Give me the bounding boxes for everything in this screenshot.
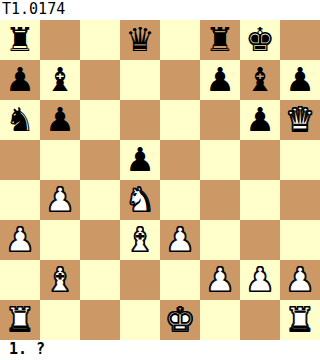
square-a2[interactable] — [0, 260, 40, 300]
piece-black-rook[interactable]: ♜ — [5, 20, 35, 60]
piece-white-rook[interactable]: ♜ — [5, 300, 35, 340]
square-h8[interactable] — [280, 20, 320, 60]
square-g4[interactable] — [240, 180, 280, 220]
square-f4[interactable] — [200, 180, 240, 220]
square-f1[interactable] — [200, 300, 240, 340]
puzzle-id-title: T1.0174 — [0, 0, 320, 20]
piece-black-pawn[interactable]: ♟ — [205, 60, 235, 100]
square-e8[interactable] — [160, 20, 200, 60]
square-e3[interactable]: ♟ — [160, 220, 200, 260]
square-h1[interactable]: ♜ — [280, 300, 320, 340]
piece-white-rook[interactable]: ♜ — [285, 300, 315, 340]
square-c5[interactable] — [80, 140, 120, 180]
square-h4[interactable] — [280, 180, 320, 220]
square-g5[interactable] — [240, 140, 280, 180]
piece-black-pawn[interactable]: ♟ — [5, 60, 35, 100]
square-b2[interactable]: ♝ — [40, 260, 80, 300]
square-c2[interactable] — [80, 260, 120, 300]
square-h5[interactable] — [280, 140, 320, 180]
square-g8[interactable]: ♚ — [240, 20, 280, 60]
square-g6[interactable]: ♟ — [240, 100, 280, 140]
piece-black-king[interactable]: ♚ — [245, 20, 275, 60]
piece-white-knight[interactable]: ♞ — [125, 180, 155, 220]
square-b6[interactable]: ♟ — [40, 100, 80, 140]
piece-white-pawn[interactable]: ♟ — [45, 180, 75, 220]
square-d7[interactable] — [120, 60, 160, 100]
square-d6[interactable] — [120, 100, 160, 140]
square-g1[interactable] — [240, 300, 280, 340]
square-c1[interactable] — [80, 300, 120, 340]
square-a8[interactable]: ♜ — [0, 20, 40, 60]
square-a7[interactable]: ♟ — [0, 60, 40, 100]
square-f3[interactable] — [200, 220, 240, 260]
piece-white-bishop[interactable]: ♝ — [125, 220, 155, 260]
piece-white-pawn[interactable]: ♟ — [205, 260, 235, 300]
square-d3[interactable]: ♝ — [120, 220, 160, 260]
piece-black-knight[interactable]: ♞ — [5, 100, 35, 140]
square-b5[interactable] — [40, 140, 80, 180]
square-a5[interactable] — [0, 140, 40, 180]
square-c4[interactable] — [80, 180, 120, 220]
square-d5[interactable]: ♟ — [120, 140, 160, 180]
piece-white-king[interactable]: ♚ — [165, 300, 195, 340]
square-a3[interactable]: ♟ — [0, 220, 40, 260]
square-h7[interactable]: ♟ — [280, 60, 320, 100]
square-f2[interactable]: ♟ — [200, 260, 240, 300]
move-prompt: 1. ? — [0, 340, 320, 360]
piece-black-rook[interactable]: ♜ — [205, 20, 235, 60]
piece-white-pawn[interactable]: ♟ — [165, 220, 195, 260]
piece-white-pawn[interactable]: ♟ — [5, 220, 35, 260]
square-g3[interactable] — [240, 220, 280, 260]
square-d8[interactable]: ♛ — [120, 20, 160, 60]
square-b4[interactable]: ♟ — [40, 180, 80, 220]
square-b7[interactable]: ♝ — [40, 60, 80, 100]
square-h3[interactable] — [280, 220, 320, 260]
square-e4[interactable] — [160, 180, 200, 220]
square-e5[interactable] — [160, 140, 200, 180]
piece-white-pawn[interactable]: ♟ — [245, 260, 275, 300]
square-d1[interactable] — [120, 300, 160, 340]
square-b1[interactable] — [40, 300, 80, 340]
square-e6[interactable] — [160, 100, 200, 140]
piece-black-pawn[interactable]: ♟ — [125, 140, 155, 180]
square-c3[interactable] — [80, 220, 120, 260]
square-a4[interactable] — [0, 180, 40, 220]
square-c6[interactable] — [80, 100, 120, 140]
square-g7[interactable]: ♝ — [240, 60, 280, 100]
square-h2[interactable]: ♟ — [280, 260, 320, 300]
piece-black-queen[interactable]: ♛ — [125, 20, 155, 60]
square-f5[interactable] — [200, 140, 240, 180]
square-e2[interactable] — [160, 260, 200, 300]
piece-black-bishop[interactable]: ♝ — [45, 60, 75, 100]
square-c8[interactable] — [80, 20, 120, 60]
square-c7[interactable] — [80, 60, 120, 100]
chess-board: ♜♛♜♚♟♝♟♝♟♞♟♟♛♟♟♞♟♝♟♝♟♟♟♜♚♜ — [0, 20, 320, 340]
square-a6[interactable]: ♞ — [0, 100, 40, 140]
piece-black-pawn[interactable]: ♟ — [45, 100, 75, 140]
square-a1[interactable]: ♜ — [0, 300, 40, 340]
square-d4[interactable]: ♞ — [120, 180, 160, 220]
square-h6[interactable]: ♛ — [280, 100, 320, 140]
piece-white-queen[interactable]: ♛ — [285, 100, 315, 140]
piece-black-bishop[interactable]: ♝ — [245, 60, 275, 100]
square-f7[interactable]: ♟ — [200, 60, 240, 100]
square-b3[interactable] — [40, 220, 80, 260]
chess-diagram-window: T1.0174 ♜♛♜♚♟♝♟♝♟♞♟♟♛♟♟♞♟♝♟♝♟♟♟♜♚♜ 1. ? — [0, 0, 320, 360]
square-e7[interactable] — [160, 60, 200, 100]
square-f6[interactable] — [200, 100, 240, 140]
square-d2[interactable] — [120, 260, 160, 300]
square-g2[interactable]: ♟ — [240, 260, 280, 300]
piece-white-bishop[interactable]: ♝ — [45, 260, 75, 300]
piece-black-pawn[interactable]: ♟ — [285, 60, 315, 100]
piece-white-pawn[interactable]: ♟ — [285, 260, 315, 300]
square-e1[interactable]: ♚ — [160, 300, 200, 340]
square-f8[interactable]: ♜ — [200, 20, 240, 60]
square-b8[interactable] — [40, 20, 80, 60]
piece-black-pawn[interactable]: ♟ — [245, 100, 275, 140]
